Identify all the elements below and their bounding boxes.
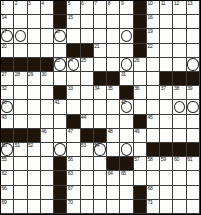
clue-number-63: 63 — [68, 171, 73, 176]
cell-r3c4[interactable] — [41, 29, 54, 43]
cell-r11c6[interactable] — [67, 143, 80, 157]
clue-number-46: 46 — [41, 129, 46, 134]
cell-r9c8[interactable] — [94, 115, 107, 129]
clue-number-53: 53 — [81, 143, 86, 148]
cell-r11c10[interactable] — [120, 143, 133, 157]
clue-number-20: 20 — [2, 44, 7, 49]
cell-r7c1[interactable]: 32 — [1, 86, 14, 100]
clue-number-8: 8 — [108, 1, 110, 6]
cell-r7c7[interactable] — [81, 86, 94, 100]
clue-number-35: 35 — [108, 86, 113, 91]
black-cell-r15c5 — [54, 200, 67, 214]
circle-marker — [15, 30, 26, 42]
clue-number-24: 24 — [68, 58, 73, 63]
clue-number-45: 45 — [147, 115, 152, 120]
cell-r4c12[interactable]: 22 — [147, 44, 160, 58]
clue-number-5: 5 — [68, 1, 70, 6]
cell-r8c2[interactable] — [14, 100, 27, 114]
cell-r14c8[interactable] — [94, 186, 107, 200]
cell-r13c12[interactable] — [147, 171, 160, 185]
cell-r14c12[interactable]: 68 — [147, 186, 160, 200]
cell-r11c2[interactable]: 51 — [14, 143, 27, 157]
cell-r13c2[interactable] — [14, 171, 27, 185]
clue-number-29: 29 — [28, 72, 33, 77]
cell-r5c5[interactable]: 23 — [54, 58, 67, 72]
cell-r2c7[interactable] — [81, 15, 94, 29]
clue-number-16: 16 — [147, 15, 152, 20]
cell-r8c3[interactable] — [28, 100, 41, 114]
cell-r13c1[interactable]: 62 — [1, 171, 14, 185]
cell-r3c3[interactable] — [28, 29, 41, 43]
clue-number-14: 14 — [2, 15, 7, 20]
black-cell-r6c9 — [107, 72, 120, 86]
cell-r7c6[interactable]: 33 — [67, 86, 80, 100]
cell-r13c4[interactable] — [41, 171, 54, 185]
clue-number-13: 13 — [187, 1, 192, 6]
circle-marker — [174, 101, 185, 113]
cell-r15c14[interactable] — [173, 200, 186, 214]
cell-r14c6[interactable]: 67 — [67, 186, 80, 200]
cell-r6c7[interactable] — [81, 72, 94, 86]
cell-r11c9[interactable] — [107, 143, 120, 157]
clue-number-34: 34 — [94, 86, 99, 91]
cell-r12c4[interactable] — [41, 157, 54, 171]
black-cell-r5c4 — [41, 58, 54, 72]
cell-r2c2[interactable] — [14, 15, 27, 29]
cell-r3c10[interactable] — [120, 29, 133, 43]
cell-r3c8[interactable] — [94, 29, 107, 43]
black-cell-r10c8 — [94, 129, 107, 143]
cell-r11c7[interactable]: 53 — [81, 143, 94, 157]
cell-r12c14[interactable]: 60 — [173, 157, 186, 171]
cell-r12c15[interactable]: 61 — [187, 157, 200, 171]
cell-r2c15[interactable] — [187, 15, 200, 29]
cell-r12c1[interactable]: 55 — [1, 157, 14, 171]
cell-r6c11[interactable] — [134, 72, 147, 86]
cell-r3c1[interactable]: 17 — [1, 29, 14, 43]
cell-r8c12[interactable] — [147, 100, 160, 114]
cell-r10c5[interactable] — [54, 129, 67, 143]
clue-number-66: 66 — [2, 186, 7, 191]
cell-r12c8[interactable] — [94, 157, 107, 171]
cell-r15c15[interactable] — [187, 200, 200, 214]
clue-number-50: 50 — [2, 143, 7, 148]
clue-number-17: 17 — [2, 29, 7, 34]
black-cell-r12c10 — [120, 157, 133, 171]
black-cell-r14c5 — [54, 186, 67, 200]
cell-r5c12[interactable] — [147, 58, 160, 72]
cell-r6c6[interactable] — [67, 72, 80, 86]
cell-r7c4[interactable] — [41, 86, 54, 100]
black-cell-r11c12 — [147, 143, 160, 157]
cell-r4c15[interactable] — [187, 44, 200, 58]
black-cell-r6c8 — [94, 72, 107, 86]
clue-number-71: 71 — [147, 200, 152, 205]
cell-r11c1[interactable]: 50 — [1, 143, 14, 157]
cell-r5c6[interactable]: 24 — [67, 58, 80, 72]
black-cell-r12c9 — [107, 157, 120, 171]
cell-r6c2[interactable]: 28 — [14, 72, 27, 86]
cell-r7c12[interactable] — [147, 86, 160, 100]
cell-r4c4[interactable] — [41, 44, 54, 58]
cell-r6c1[interactable]: 27 — [1, 72, 14, 86]
clue-number-28: 28 — [15, 72, 20, 77]
clue-number-64: 64 — [108, 171, 113, 176]
clue-number-22: 22 — [147, 44, 152, 49]
cell-r15c12[interactable]: 71 — [147, 200, 160, 214]
black-cell-r10c1 — [1, 129, 14, 143]
clue-number-23: 23 — [55, 58, 60, 63]
cell-r14c13[interactable] — [160, 186, 173, 200]
cell-r1c9[interactable]: 8 — [107, 1, 120, 15]
clue-number-61: 61 — [187, 157, 192, 162]
cell-r4c2[interactable] — [14, 44, 27, 58]
clue-number-10: 10 — [147, 1, 152, 6]
clue-number-21: 21 — [94, 44, 99, 49]
cell-r12c3[interactable] — [28, 157, 41, 171]
clue-number-44: 44 — [81, 115, 86, 120]
cell-r2c10[interactable] — [120, 15, 133, 29]
clue-number-9: 9 — [121, 1, 123, 6]
clue-number-67: 67 — [68, 186, 73, 191]
cell-r9c5[interactable] — [54, 115, 67, 129]
clue-number-54: 54 — [94, 143, 99, 148]
black-cell-r14c11 — [134, 186, 147, 200]
cell-r4c13[interactable] — [160, 44, 173, 58]
cell-r6c12[interactable] — [147, 72, 160, 86]
cell-r11c8[interactable]: 54 — [94, 143, 107, 157]
clue-number-52: 52 — [28, 143, 33, 148]
cell-r3c2[interactable] — [14, 29, 27, 43]
black-cell-r10c2 — [14, 129, 27, 143]
black-cell-r4c7 — [81, 44, 94, 58]
black-cell-r6c14 — [173, 72, 186, 86]
cell-r13c7[interactable] — [81, 171, 94, 185]
cell-r7c3[interactable] — [28, 86, 41, 100]
cell-r13c14[interactable] — [173, 171, 186, 185]
cell-r5c14[interactable] — [173, 58, 186, 72]
clue-number-30: 30 — [41, 72, 46, 77]
circle-marker — [187, 101, 198, 113]
cell-r6c5[interactable] — [54, 72, 67, 86]
cell-r1c14[interactable]: 12 — [173, 1, 186, 15]
cell-r2c13[interactable] — [160, 15, 173, 29]
cell-r1c4[interactable]: 4 — [41, 1, 54, 15]
cell-r8c11[interactable] — [134, 100, 147, 114]
cell-r8c13[interactable] — [160, 100, 173, 114]
cell-r9c2[interactable] — [14, 115, 27, 129]
cell-r14c1[interactable]: 66 — [1, 186, 14, 200]
clue-number-70: 70 — [68, 200, 73, 205]
cell-r3c6[interactable] — [67, 29, 80, 43]
clue-number-39: 39 — [187, 86, 192, 91]
cell-r10c10[interactable] — [120, 129, 133, 143]
clue-number-26: 26 — [134, 58, 139, 63]
cell-r14c9[interactable] — [107, 186, 120, 200]
cell-r6c4[interactable]: 30 — [41, 72, 54, 86]
cell-r12c12[interactable]: 58 — [147, 157, 160, 171]
cell-r15c9[interactable] — [107, 200, 120, 214]
cell-r9c3[interactable] — [28, 115, 41, 129]
cell-r7c15[interactable]: 39 — [187, 86, 200, 100]
cell-r1c8[interactable]: 7 — [94, 1, 107, 15]
cell-r3c14[interactable] — [173, 29, 186, 43]
cell-r9c1[interactable]: 43 — [1, 115, 14, 129]
cell-r2c14[interactable] — [173, 15, 186, 29]
black-cell-r12c5 — [54, 157, 67, 171]
cell-r15c13[interactable] — [160, 200, 173, 214]
cell-r15c7[interactable] — [81, 200, 94, 214]
cell-r15c4[interactable] — [41, 200, 54, 214]
cell-r7c11[interactable]: 36 — [134, 86, 147, 100]
cell-r5c13[interactable] — [160, 58, 173, 72]
cell-r10c13[interactable] — [160, 129, 173, 143]
clue-number-58: 58 — [147, 157, 152, 162]
cell-r15c8[interactable] — [94, 200, 107, 214]
clue-number-18: 18 — [55, 29, 60, 34]
cell-r2c1[interactable]: 14 — [1, 15, 14, 29]
cell-r9c7[interactable]: 44 — [81, 115, 94, 129]
clue-number-56: 56 — [68, 157, 73, 162]
cell-r4c8[interactable]: 21 — [94, 44, 107, 58]
black-cell-r2c5 — [54, 15, 67, 29]
cell-r9c4[interactable] — [41, 115, 54, 129]
cell-r1c10[interactable]: 9 — [120, 1, 133, 15]
clue-number-60: 60 — [174, 157, 179, 162]
cell-r4c10[interactable] — [120, 44, 133, 58]
cell-r14c3[interactable] — [28, 186, 41, 200]
black-cell-r1c5 — [54, 1, 67, 15]
cell-r12c6[interactable]: 56 — [67, 157, 80, 171]
cell-r2c9[interactable] — [107, 15, 120, 29]
cell-r5c9[interactable] — [107, 58, 120, 72]
cell-r10c11[interactable]: 49 — [134, 129, 147, 143]
clue-number-51: 51 — [15, 143, 20, 148]
cell-r2c8[interactable] — [94, 15, 107, 29]
clue-number-48: 48 — [108, 129, 113, 134]
cell-r14c10[interactable] — [120, 186, 133, 200]
clue-number-62: 62 — [2, 171, 7, 176]
cell-r9c14[interactable] — [173, 115, 186, 129]
cell-r12c2[interactable] — [14, 157, 27, 171]
black-cell-r10c7 — [81, 129, 94, 143]
cell-r7c2[interactable] — [14, 86, 27, 100]
cell-r2c3[interactable] — [28, 15, 41, 29]
cell-r4c14[interactable] — [173, 44, 186, 58]
clue-number-3: 3 — [28, 1, 30, 6]
clue-number-49: 49 — [134, 129, 139, 134]
cell-r14c2[interactable] — [14, 186, 27, 200]
cell-r6c3[interactable]: 29 — [28, 72, 41, 86]
cell-r15c6[interactable]: 70 — [67, 200, 80, 214]
cell-r14c15[interactable] — [187, 186, 200, 200]
cell-r8c6[interactable] — [67, 100, 80, 114]
clue-number-32: 32 — [2, 86, 7, 91]
cell-r15c1[interactable]: 69 — [1, 200, 14, 214]
cell-r6c10[interactable]: 31 — [120, 72, 133, 86]
cell-r15c10[interactable] — [120, 200, 133, 214]
black-cell-r3c11 — [134, 29, 147, 43]
cell-r12c13[interactable]: 59 — [160, 157, 173, 171]
cell-r10c9[interactable]: 48 — [107, 129, 120, 143]
cell-r1c7[interactable]: 6 — [81, 1, 94, 15]
black-cell-r10c3 — [28, 129, 41, 143]
cell-r8c14[interactable] — [173, 100, 186, 114]
clue-number-12: 12 — [174, 1, 179, 6]
cell-r3c15[interactable] — [187, 29, 200, 43]
cell-r15c3[interactable] — [28, 200, 41, 214]
cell-r13c9[interactable]: 64 — [107, 171, 120, 185]
clue-number-27: 27 — [2, 72, 7, 77]
cell-r10c12[interactable] — [147, 129, 160, 143]
cell-r5c11[interactable]: 26 — [134, 58, 147, 72]
black-cell-r11c13 — [160, 143, 173, 157]
clue-number-11: 11 — [161, 1, 166, 6]
black-cell-r7c10 — [120, 86, 133, 100]
circle-marker — [121, 143, 132, 155]
clue-number-47: 47 — [68, 129, 73, 134]
circle-marker — [54, 143, 65, 155]
cell-r5c7[interactable]: 25 — [81, 58, 94, 72]
black-cell-r9c11 — [134, 115, 147, 129]
cell-r11c3[interactable]: 52 — [28, 143, 41, 157]
cell-r8c8[interactable] — [94, 100, 107, 114]
cell-r8c10[interactable]: 42 — [120, 100, 133, 114]
clue-number-41: 41 — [55, 100, 60, 105]
clue-number-2: 2 — [15, 1, 17, 6]
cell-r7c9[interactable]: 35 — [107, 86, 120, 100]
circle-marker — [187, 58, 198, 70]
black-cell-r9c6 — [67, 115, 80, 129]
cell-r8c9[interactable] — [107, 100, 120, 114]
clue-number-31: 31 — [121, 72, 126, 77]
black-cell-r4c11 — [134, 44, 147, 58]
cell-r1c15[interactable]: 13 — [187, 1, 200, 15]
cell-r11c4[interactable] — [41, 143, 54, 157]
clue-number-65: 65 — [121, 171, 126, 176]
clue-number-42: 42 — [121, 100, 126, 105]
cell-r10c15[interactable] — [187, 129, 200, 143]
clue-number-59: 59 — [161, 157, 166, 162]
cell-r2c4[interactable] — [41, 15, 54, 29]
clue-number-55: 55 — [2, 157, 7, 162]
black-cell-r1c11 — [134, 1, 147, 15]
cell-r2c12[interactable]: 16 — [147, 15, 160, 29]
cell-r12c7[interactable] — [81, 157, 94, 171]
cell-r8c1[interactable]: 40 — [1, 100, 14, 114]
clue-number-37: 37 — [161, 86, 166, 91]
cell-r9c9[interactable] — [107, 115, 120, 129]
cell-r3c12[interactable]: 19 — [147, 29, 160, 43]
cell-r1c6[interactable]: 5 — [67, 1, 80, 15]
cell-r4c9[interactable] — [107, 44, 120, 58]
cell-r13c15[interactable] — [187, 171, 200, 185]
cell-r8c4[interactable] — [41, 100, 54, 114]
cell-r5c8[interactable] — [94, 58, 107, 72]
cell-r14c7[interactable] — [81, 186, 94, 200]
cell-r13c6[interactable]: 63 — [67, 171, 80, 185]
cell-r9c12[interactable]: 45 — [147, 115, 160, 129]
cell-r8c5[interactable]: 41 — [54, 100, 67, 114]
cell-r9c10[interactable] — [120, 115, 133, 129]
cell-r5c10[interactable] — [120, 58, 133, 72]
black-cell-r5c2 — [14, 58, 27, 72]
cell-r1c2[interactable]: 2 — [14, 1, 27, 15]
cell-r7c13[interactable]: 37 — [160, 86, 173, 100]
black-cell-r2c11 — [134, 15, 147, 29]
cell-r14c4[interactable] — [41, 186, 54, 200]
clue-number-19: 19 — [147, 29, 152, 34]
cell-r11c5[interactable] — [54, 143, 67, 157]
cell-r3c9[interactable] — [107, 29, 120, 43]
cell-r1c13[interactable]: 11 — [160, 1, 173, 15]
cell-r14c14[interactable] — [173, 186, 186, 200]
cell-r1c3[interactable]: 3 — [28, 1, 41, 15]
clue-number-7: 7 — [94, 1, 96, 6]
cell-r4c1[interactable]: 20 — [1, 44, 14, 58]
cell-r1c1[interactable]: 1 — [1, 1, 14, 15]
clue-number-57: 57 — [134, 157, 139, 162]
cell-r4c5[interactable] — [54, 44, 67, 58]
clue-number-43: 43 — [2, 115, 7, 120]
clue-number-15: 15 — [68, 15, 73, 20]
cell-r3c13[interactable] — [160, 29, 173, 43]
black-cell-r7c5 — [54, 86, 67, 100]
cell-r1c12[interactable]: 10 — [147, 1, 160, 15]
cell-r8c15[interactable] — [187, 100, 200, 114]
black-cell-r15c11 — [134, 200, 147, 214]
clue-number-69: 69 — [2, 200, 7, 205]
clue-number-6: 6 — [81, 1, 83, 6]
cell-r7c8[interactable]: 34 — [94, 86, 107, 100]
black-cell-r11c14 — [173, 143, 186, 157]
circle-marker — [121, 58, 132, 70]
cell-r5c15[interactable] — [187, 58, 200, 72]
cell-r15c2[interactable] — [14, 200, 27, 214]
circle-marker — [121, 30, 132, 42]
cell-r11c11[interactable] — [134, 143, 147, 157]
cell-r13c11[interactable] — [134, 171, 147, 185]
cell-r10c6[interactable]: 47 — [67, 129, 80, 143]
cell-r13c3[interactable] — [28, 171, 41, 185]
crossword-grid: 1234567891011121314151617181920212223242… — [0, 0, 201, 215]
cell-r4c3[interactable] — [28, 44, 41, 58]
cell-r13c8[interactable] — [94, 171, 107, 185]
cell-r7c14[interactable]: 38 — [173, 86, 186, 100]
clue-number-38: 38 — [174, 86, 179, 91]
clue-number-25: 25 — [81, 58, 86, 63]
black-cell-r6c13 — [160, 72, 173, 86]
cell-r12c11[interactable]: 57 — [134, 157, 147, 171]
cell-r3c5[interactable]: 18 — [54, 29, 67, 43]
cell-r13c13[interactable] — [160, 171, 173, 185]
black-cell-r5c3 — [28, 58, 41, 72]
cell-r9c15[interactable] — [187, 115, 200, 129]
cell-r10c4[interactable]: 46 — [41, 129, 54, 143]
cell-r2c6[interactable]: 15 — [67, 15, 80, 29]
black-cell-r5c1 — [1, 58, 14, 72]
clue-number-40: 40 — [2, 100, 7, 105]
black-cell-r13c5 — [54, 171, 67, 185]
clue-number-1: 1 — [2, 1, 4, 6]
cell-r10c14[interactable] — [173, 129, 186, 143]
black-cell-r11c15 — [187, 143, 200, 157]
cell-r3c7[interactable] — [81, 29, 94, 43]
cell-r8c7[interactable] — [81, 100, 94, 114]
cell-r13c10[interactable]: 65 — [120, 171, 133, 185]
cell-r9c13[interactable] — [160, 115, 173, 129]
clue-number-4: 4 — [41, 1, 43, 6]
